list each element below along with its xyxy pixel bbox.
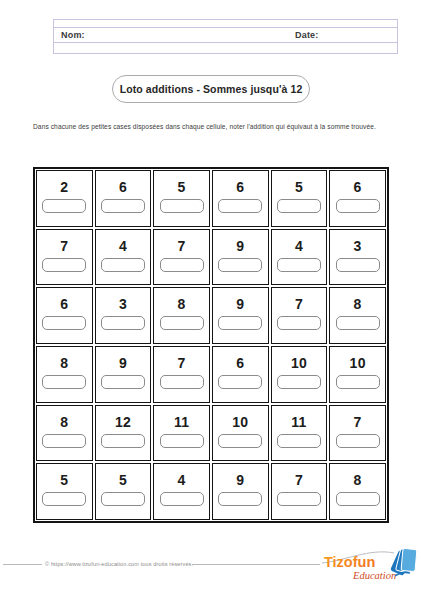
header-top-row [54,20,397,28]
answer-box[interactable] [218,316,262,330]
grid-cell: 6 [95,170,152,227]
answer-box[interactable] [101,375,145,389]
answer-box[interactable] [336,258,380,272]
grid-cell: 9 [212,287,269,344]
answer-box[interactable] [42,492,86,506]
cell-sum: 12 [115,414,131,430]
cell-sum: 3 [354,238,362,254]
cell-sum: 7 [354,414,362,430]
grid-cell: 7 [329,405,386,462]
cell-sum: 10 [232,414,248,430]
name-label: Nom: [61,30,85,40]
answer-box[interactable] [277,434,321,448]
grid-cell: 10 [271,346,328,403]
cell-sum: 9 [236,472,244,488]
answer-box[interactable] [218,199,262,213]
grid-cell: 4 [95,229,152,286]
book-icon [390,548,417,576]
grid-cell: 8 [329,287,386,344]
grid-cell: 9 [95,346,152,403]
grid-cell: 4 [271,229,328,286]
answer-box[interactable] [336,199,380,213]
grid-cell: 8 [36,346,93,403]
cell-sum: 4 [178,472,186,488]
grid-cell: 6 [212,170,269,227]
cell-sum: 9 [119,355,127,371]
grid-cell: 3 [95,287,152,344]
instruction-text: Dans chacune des petites cases disposées… [33,123,403,130]
date-field[interactable] [322,28,394,42]
answer-box[interactable] [277,375,321,389]
cell-sum: 10 [291,355,307,371]
answer-box[interactable] [160,375,204,389]
answer-box[interactable] [336,375,380,389]
answer-box[interactable] [160,316,204,330]
answer-box[interactable] [218,492,262,506]
grid-cell: 3 [329,229,386,286]
grid-cell: 5 [153,170,210,227]
grid-cell: 4 [153,463,210,520]
grid-cell: 5 [36,463,93,520]
answer-box[interactable] [277,199,321,213]
answer-box[interactable] [336,316,380,330]
cell-sum: 10 [350,355,366,371]
cell-sum: 8 [178,296,186,312]
answer-box[interactable] [101,258,145,272]
cell-sum: 11 [291,414,306,430]
grid-cell: 9 [212,463,269,520]
answer-box[interactable] [218,375,262,389]
grid-cell: 11 [153,405,210,462]
worksheet-title: Loto additions - Sommes jusqu'à 12 [112,75,310,103]
answer-box[interactable] [277,258,321,272]
header-label-row: Nom: Date: [54,28,397,43]
grid-cell: 12 [95,405,152,462]
cell-sum: 6 [236,355,244,371]
grid-cell: 2 [36,170,93,227]
cell-sum: 6 [354,179,362,195]
answer-box[interactable] [42,199,86,213]
cell-sum: 9 [236,296,244,312]
name-date-box: Nom: Date: [53,19,398,54]
cell-sum: 5 [295,179,303,195]
answer-box[interactable] [277,316,321,330]
answer-box[interactable] [101,199,145,213]
answer-box[interactable] [42,434,86,448]
cell-sum: 5 [178,179,186,195]
grid-cell: 7 [271,463,328,520]
cell-sum: 6 [236,179,244,195]
answer-box[interactable] [101,434,145,448]
cell-sum: 6 [60,296,68,312]
grid-cell: 8 [153,287,210,344]
cell-sum: 5 [60,472,68,488]
grid-cell: 5 [95,463,152,520]
grid-cell: 6 [212,346,269,403]
answer-box[interactable] [277,492,321,506]
cell-sum: 7 [178,238,186,254]
date-label: Date: [295,30,319,40]
answer-box[interactable] [160,434,204,448]
footer-rule-right [192,564,320,565]
cell-sum: 6 [119,179,127,195]
answer-box[interactable] [160,258,204,272]
answer-box[interactable] [42,316,86,330]
cell-sum: 8 [354,296,362,312]
grid-cell: 10 [329,346,386,403]
grid-cell: 6 [36,287,93,344]
loto-grid: 2656567479436389788976101081211101175549… [33,167,389,523]
grid-cell: 6 [329,170,386,227]
cell-sum: 7 [295,472,303,488]
logo-wordmark: Tizofun [324,554,375,570]
cell-sum: 8 [60,355,68,371]
answer-box[interactable] [101,316,145,330]
grid-cell: 7 [153,346,210,403]
answer-box[interactable] [160,199,204,213]
answer-box[interactable] [336,434,380,448]
grid-cell: 9 [212,229,269,286]
cell-sum: 8 [60,414,68,430]
answer-box[interactable] [101,492,145,506]
cell-sum: 5 [119,472,127,488]
grid-cell: 11 [271,405,328,462]
grid-cell: 8 [36,405,93,462]
answer-box[interactable] [218,434,262,448]
cell-sum: 11 [174,414,189,430]
footer-rule-left [3,564,42,565]
answer-box[interactable] [336,492,380,506]
logo-subtext: Education [352,570,396,581]
cell-sum: 7 [295,296,303,312]
cell-sum: 8 [354,472,362,488]
cell-sum: 3 [119,296,127,312]
tizofun-logo: Tizofun Education [322,546,421,590]
grid-cell: 10 [212,405,269,462]
answer-box[interactable] [218,258,262,272]
cell-sum: 4 [119,238,127,254]
cell-sum: 7 [178,355,186,371]
answer-box[interactable] [42,258,86,272]
cell-sum: 2 [60,179,68,195]
grid-cell: 7 [153,229,210,286]
grid-cell: 7 [36,229,93,286]
copyright-text: © https://www.tizofun-education.com tous… [45,561,193,567]
grid-cell: 7 [271,287,328,344]
cell-sum: 4 [295,238,303,254]
answer-box[interactable] [42,375,86,389]
grid-cell: 8 [329,463,386,520]
cell-sum: 7 [60,238,68,254]
name-field[interactable] [86,28,286,42]
grid-cell: 5 [271,170,328,227]
cell-sum: 9 [236,238,244,254]
answer-box[interactable] [160,492,204,506]
